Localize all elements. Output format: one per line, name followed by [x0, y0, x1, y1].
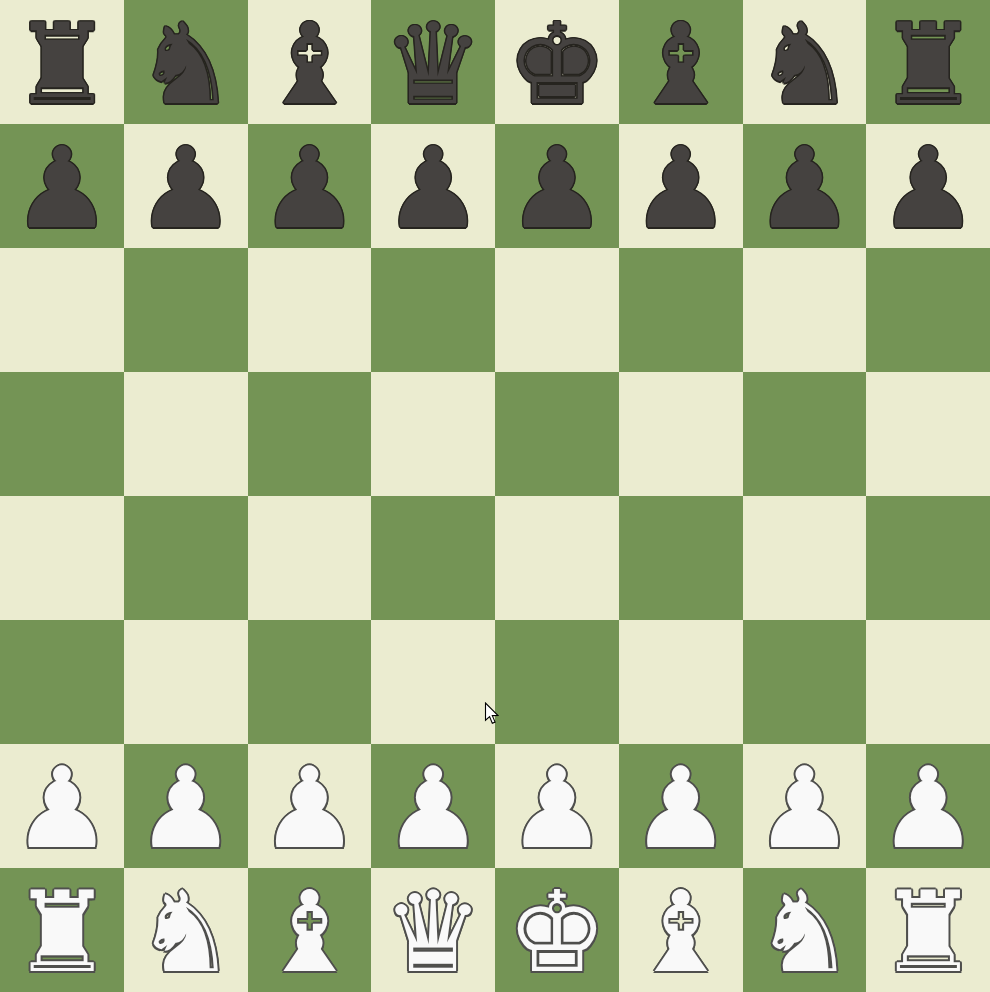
white-rook[interactable]: ♜: [878, 876, 978, 988]
white-knight[interactable]: ♞: [754, 876, 854, 988]
square-b7[interactable]: ♟: [124, 124, 248, 248]
square-b4[interactable]: [124, 496, 248, 620]
square-b6[interactable]: [124, 248, 248, 372]
black-knight[interactable]: ♞: [754, 8, 854, 120]
square-b2[interactable]: ♟: [124, 744, 248, 868]
square-e5[interactable]: [495, 372, 619, 496]
square-e2[interactable]: ♟: [495, 744, 619, 868]
square-d1[interactable]: ♛: [371, 868, 495, 992]
square-e8[interactable]: ♚: [495, 0, 619, 124]
square-f6[interactable]: [619, 248, 743, 372]
white-pawn[interactable]: ♟: [12, 752, 112, 864]
black-pawn[interactable]: ♟: [259, 132, 359, 244]
white-bishop[interactable]: ♝: [259, 876, 359, 988]
square-g4[interactable]: [743, 496, 867, 620]
square-d4[interactable]: [371, 496, 495, 620]
black-pawn[interactable]: ♟: [383, 132, 483, 244]
square-a3[interactable]: [0, 620, 124, 744]
square-h7[interactable]: ♟: [866, 124, 990, 248]
black-pawn[interactable]: ♟: [630, 132, 730, 244]
square-h1[interactable]: ♜: [866, 868, 990, 992]
square-c5[interactable]: [248, 372, 372, 496]
square-f7[interactable]: ♟: [619, 124, 743, 248]
square-e7[interactable]: ♟: [495, 124, 619, 248]
black-bishop[interactable]: ♝: [259, 8, 359, 120]
white-pawn[interactable]: ♟: [630, 752, 730, 864]
white-bishop[interactable]: ♝: [630, 876, 730, 988]
black-knight[interactable]: ♞: [135, 8, 235, 120]
square-b3[interactable]: [124, 620, 248, 744]
square-a1[interactable]: ♜: [0, 868, 124, 992]
square-c6[interactable]: [248, 248, 372, 372]
white-pawn[interactable]: ♟: [878, 752, 978, 864]
square-b5[interactable]: [124, 372, 248, 496]
square-a8[interactable]: ♜: [0, 0, 124, 124]
square-h6[interactable]: [866, 248, 990, 372]
square-d7[interactable]: ♟: [371, 124, 495, 248]
square-f4[interactable]: [619, 496, 743, 620]
chess-board[interactable]: ♜♞♝♛♚♝♞♜♟♟♟♟♟♟♟♟♟♟♟♟♟♟♟♟♜♞♝♛♚♝♞♜: [0, 0, 990, 992]
square-f5[interactable]: [619, 372, 743, 496]
square-a2[interactable]: ♟: [0, 744, 124, 868]
white-queen[interactable]: ♛: [383, 876, 483, 988]
square-d2[interactable]: ♟: [371, 744, 495, 868]
square-h3[interactable]: [866, 620, 990, 744]
black-rook[interactable]: ♜: [12, 8, 112, 120]
white-king[interactable]: ♚: [507, 876, 607, 988]
square-g2[interactable]: ♟: [743, 744, 867, 868]
square-c1[interactable]: ♝: [248, 868, 372, 992]
white-pawn[interactable]: ♟: [754, 752, 854, 864]
black-bishop[interactable]: ♝: [630, 8, 730, 120]
square-a6[interactable]: [0, 248, 124, 372]
black-pawn[interactable]: ♟: [12, 132, 112, 244]
square-f2[interactable]: ♟: [619, 744, 743, 868]
black-king[interactable]: ♚: [507, 8, 607, 120]
square-a5[interactable]: [0, 372, 124, 496]
white-knight[interactable]: ♞: [135, 876, 235, 988]
black-rook[interactable]: ♜: [878, 8, 978, 120]
black-pawn[interactable]: ♟: [878, 132, 978, 244]
black-pawn[interactable]: ♟: [507, 132, 607, 244]
square-f1[interactable]: ♝: [619, 868, 743, 992]
square-g7[interactable]: ♟: [743, 124, 867, 248]
square-e3[interactable]: [495, 620, 619, 744]
square-g5[interactable]: [743, 372, 867, 496]
square-e4[interactable]: [495, 496, 619, 620]
black-queen[interactable]: ♛: [383, 8, 483, 120]
square-a4[interactable]: [0, 496, 124, 620]
square-h5[interactable]: [866, 372, 990, 496]
square-a7[interactable]: ♟: [0, 124, 124, 248]
square-h2[interactable]: ♟: [866, 744, 990, 868]
square-f3[interactable]: [619, 620, 743, 744]
square-e1[interactable]: ♚: [495, 868, 619, 992]
square-g1[interactable]: ♞: [743, 868, 867, 992]
square-f8[interactable]: ♝: [619, 0, 743, 124]
white-rook[interactable]: ♜: [12, 876, 112, 988]
square-b8[interactable]: ♞: [124, 0, 248, 124]
white-pawn[interactable]: ♟: [383, 752, 483, 864]
black-pawn[interactable]: ♟: [754, 132, 854, 244]
square-c7[interactable]: ♟: [248, 124, 372, 248]
square-g3[interactable]: [743, 620, 867, 744]
white-pawn[interactable]: ♟: [507, 752, 607, 864]
square-c3[interactable]: [248, 620, 372, 744]
square-c2[interactable]: ♟: [248, 744, 372, 868]
black-pawn[interactable]: ♟: [135, 132, 235, 244]
square-g8[interactable]: ♞: [743, 0, 867, 124]
square-d3[interactable]: [371, 620, 495, 744]
square-d8[interactable]: ♛: [371, 0, 495, 124]
square-h4[interactable]: [866, 496, 990, 620]
square-b1[interactable]: ♞: [124, 868, 248, 992]
white-pawn[interactable]: ♟: [135, 752, 235, 864]
square-e6[interactable]: [495, 248, 619, 372]
square-h8[interactable]: ♜: [866, 0, 990, 124]
square-d5[interactable]: [371, 372, 495, 496]
square-c4[interactable]: [248, 496, 372, 620]
white-pawn[interactable]: ♟: [259, 752, 359, 864]
square-d6[interactable]: [371, 248, 495, 372]
square-c8[interactable]: ♝: [248, 0, 372, 124]
square-g6[interactable]: [743, 248, 867, 372]
